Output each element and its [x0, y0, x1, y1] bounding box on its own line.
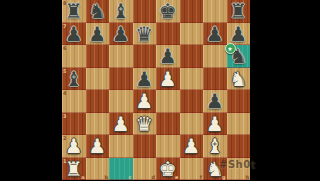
square-c8[interactable]: ♝	[109, 0, 133, 23]
file-label-b: b	[104, 174, 108, 180]
square-g5[interactable]	[203, 68, 227, 91]
square-b2[interactable]: ♟	[86, 135, 110, 158]
file-label-d: d	[151, 174, 155, 180]
letterbox-right	[250, 0, 320, 180]
square-b4[interactable]	[86, 90, 110, 113]
file-label-f: f	[200, 174, 202, 180]
white-pawn[interactable]: ♟	[133, 90, 157, 113]
square-f5[interactable]	[180, 68, 204, 91]
square-d2[interactable]	[133, 135, 157, 158]
file-label-h: h	[245, 174, 249, 180]
square-g6[interactable]	[203, 45, 227, 68]
square-d8[interactable]	[133, 0, 157, 23]
black-bishop[interactable]: ♝	[109, 0, 133, 23]
rank-label-6: 6	[63, 45, 66, 51]
square-b7[interactable]: ♟	[86, 23, 110, 46]
square-d6[interactable]	[133, 45, 157, 68]
rank-label-3: 3	[63, 113, 66, 119]
rank-label-8: 8	[63, 0, 66, 6]
black-pawn[interactable]: ♟	[203, 90, 227, 113]
square-c3[interactable]: ♟	[109, 113, 133, 136]
square-g2[interactable]: ♝	[203, 135, 227, 158]
square-b5[interactable]	[86, 68, 110, 91]
square-a1[interactable]: ♜1a	[62, 158, 86, 181]
rank-label-4: 4	[63, 90, 66, 96]
square-c6[interactable]	[109, 45, 133, 68]
square-f3[interactable]	[180, 113, 204, 136]
square-c7[interactable]: ♟	[109, 23, 133, 46]
chess-board[interactable]: ♜8♞♝♚♜♟7♟♟♛♟♟6♟♞★♝5♟♟♞4♟♟3♟♛♟♟2♟♟♝♜1abcd…	[62, 0, 250, 180]
file-label-e: e	[175, 174, 178, 180]
square-b1[interactable]: b	[86, 158, 110, 181]
white-pawn[interactable]: ♟	[86, 135, 110, 158]
square-b3[interactable]	[86, 113, 110, 136]
square-h3[interactable]	[227, 113, 251, 136]
square-c2[interactable]	[109, 135, 133, 158]
square-d5[interactable]: ♟	[133, 68, 157, 91]
square-f7[interactable]	[180, 23, 204, 46]
rank-label-2: 2	[63, 135, 66, 141]
white-queen[interactable]: ♛	[133, 113, 157, 136]
black-pawn[interactable]: ♟	[156, 45, 180, 68]
video-frame: ♜8♞♝♚♜♟7♟♟♛♟♟6♟♞★♝5♟♟♞4♟♟3♟♛♟♟2♟♟♝♜1abcd…	[0, 0, 320, 180]
square-h4[interactable]	[227, 90, 251, 113]
square-d3[interactable]: ♛	[133, 113, 157, 136]
rank-label-7: 7	[63, 23, 66, 29]
file-label-c: c	[129, 174, 132, 180]
square-h2[interactable]	[227, 135, 251, 158]
square-a7[interactable]: ♟7	[62, 23, 86, 46]
square-g8[interactable]	[203, 0, 227, 23]
square-b6[interactable]	[86, 45, 110, 68]
square-e1[interactable]: ♚e	[156, 158, 180, 181]
square-d4[interactable]: ♟	[133, 90, 157, 113]
square-a8[interactable]: ♜8	[62, 0, 86, 23]
square-a4[interactable]: 4	[62, 90, 86, 113]
letterbox-left	[0, 0, 62, 180]
square-a5[interactable]: ♝5	[62, 68, 86, 91]
square-a2[interactable]: ♟2	[62, 135, 86, 158]
square-h6[interactable]: ♞★	[227, 45, 251, 68]
black-pawn[interactable]: ♟	[109, 23, 133, 46]
watermark: #Sh0t	[219, 159, 256, 170]
square-g4[interactable]: ♟	[203, 90, 227, 113]
white-pawn[interactable]: ♟	[180, 135, 204, 158]
square-h7[interactable]: ♟	[227, 23, 251, 46]
square-e2[interactable]	[156, 135, 180, 158]
white-knight[interactable]: ♞	[227, 68, 251, 91]
square-f6[interactable]	[180, 45, 204, 68]
white-pawn[interactable]: ♟	[156, 68, 180, 91]
square-h5[interactable]: ♞	[227, 68, 251, 91]
square-e6[interactable]: ♟	[156, 45, 180, 68]
square-c1[interactable]: c	[109, 158, 133, 181]
rank-label-5: 5	[63, 68, 66, 74]
white-pawn[interactable]: ♟	[203, 113, 227, 136]
move-quality-badge: ★	[225, 43, 236, 54]
white-bishop[interactable]: ♝	[203, 135, 227, 158]
square-g7[interactable]: ♟	[203, 23, 227, 46]
file-label-g: g	[222, 174, 226, 180]
square-e4[interactable]	[156, 90, 180, 113]
black-king[interactable]: ♚	[156, 0, 180, 23]
square-f4[interactable]	[180, 90, 204, 113]
square-g3[interactable]: ♟	[203, 113, 227, 136]
square-h8[interactable]: ♜	[227, 0, 251, 23]
square-e8[interactable]: ♚	[156, 0, 180, 23]
square-e3[interactable]	[156, 113, 180, 136]
black-knight[interactable]: ♞	[86, 0, 110, 23]
square-d7[interactable]: ♛	[133, 23, 157, 46]
square-f8[interactable]	[180, 0, 204, 23]
black-pawn[interactable]: ♟	[133, 68, 157, 91]
square-b8[interactable]: ♞	[86, 0, 110, 23]
rank-label-1: 1	[63, 158, 66, 164]
white-pawn[interactable]: ♟	[109, 113, 133, 136]
black-rook[interactable]: ♜	[227, 0, 251, 23]
square-e5[interactable]: ♟	[156, 68, 180, 91]
square-e7[interactable]	[156, 23, 180, 46]
square-d1[interactable]: d	[133, 158, 157, 181]
square-f1[interactable]: f	[180, 158, 204, 181]
square-c5[interactable]	[109, 68, 133, 91]
square-a6[interactable]: 6	[62, 45, 86, 68]
black-pawn[interactable]: ♟	[86, 23, 110, 46]
square-a3[interactable]: 3	[62, 113, 86, 136]
black-pawn[interactable]: ♟	[203, 23, 227, 46]
black-pawn[interactable]: ♟	[227, 23, 251, 46]
file-label-a: a	[81, 174, 84, 180]
square-c4[interactable]	[109, 90, 133, 113]
black-queen[interactable]: ♛	[133, 23, 157, 46]
square-f2[interactable]: ♟	[180, 135, 204, 158]
